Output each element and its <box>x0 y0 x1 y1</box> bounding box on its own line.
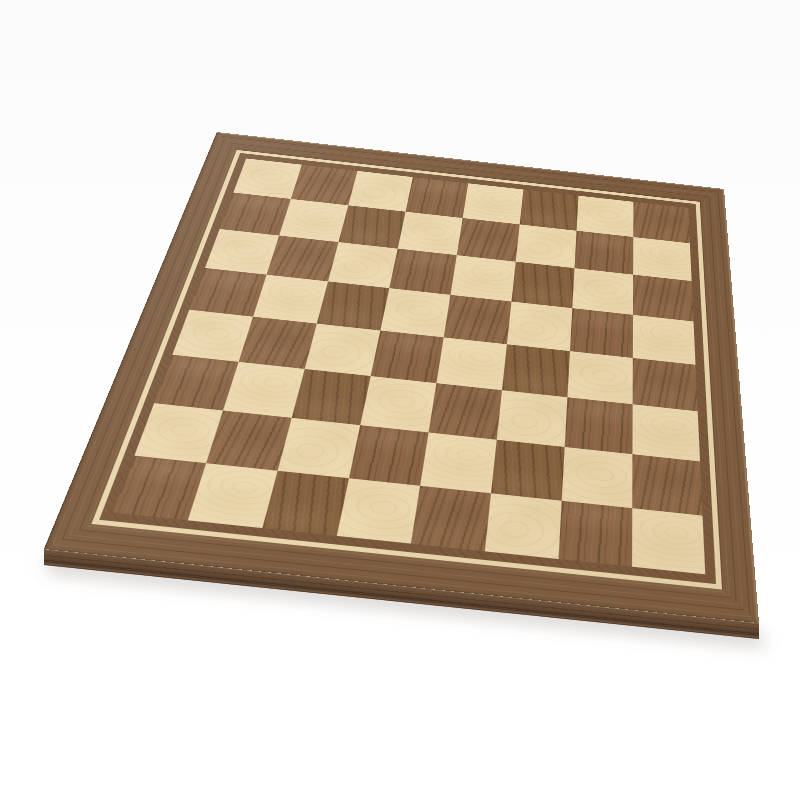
playing-area <box>113 158 705 574</box>
square-h1 <box>632 508 705 574</box>
square-g6 <box>572 268 633 315</box>
square-f7 <box>516 224 577 268</box>
square-c7 <box>339 205 406 248</box>
square-c6 <box>328 242 398 288</box>
square-c2 <box>278 418 361 478</box>
square-h7 <box>633 237 692 281</box>
square-c4 <box>305 324 381 376</box>
square-g3 <box>565 397 633 454</box>
square-b7 <box>279 199 348 242</box>
square-b4 <box>239 317 317 369</box>
square-d4 <box>371 331 444 384</box>
square-f6 <box>511 262 574 309</box>
square-c3 <box>292 369 371 425</box>
chessboard <box>44 132 759 623</box>
square-g4 <box>567 351 632 404</box>
square-d7 <box>398 212 463 255</box>
square-e7 <box>457 218 520 262</box>
square-g1 <box>559 501 633 567</box>
square-f2 <box>491 440 565 501</box>
square-c5 <box>317 281 390 330</box>
product-photo-stage <box>0 0 800 800</box>
square-e6 <box>450 255 515 301</box>
square-g2 <box>562 447 633 508</box>
square-h3 <box>632 404 700 461</box>
square-h5 <box>633 315 696 365</box>
square-e3 <box>429 383 502 440</box>
square-c1 <box>262 471 349 536</box>
square-f3 <box>497 390 568 447</box>
square-g5 <box>570 308 633 358</box>
square-e4 <box>436 337 506 390</box>
square-f5 <box>507 302 572 352</box>
square-b6 <box>267 236 339 282</box>
square-d1 <box>337 478 420 543</box>
square-d6 <box>389 249 456 295</box>
square-e2 <box>420 432 497 493</box>
square-h6 <box>633 275 694 322</box>
square-h4 <box>633 358 698 411</box>
square-b5 <box>253 275 328 324</box>
square-g7 <box>575 231 634 275</box>
square-b3 <box>223 362 305 418</box>
square-e5 <box>444 295 512 344</box>
square-e1 <box>411 486 491 552</box>
square-d2 <box>349 425 429 486</box>
square-d3 <box>360 376 436 432</box>
square-h2 <box>632 454 702 515</box>
square-f4 <box>502 344 570 397</box>
square-d5 <box>380 288 450 337</box>
square-f1 <box>485 493 562 559</box>
